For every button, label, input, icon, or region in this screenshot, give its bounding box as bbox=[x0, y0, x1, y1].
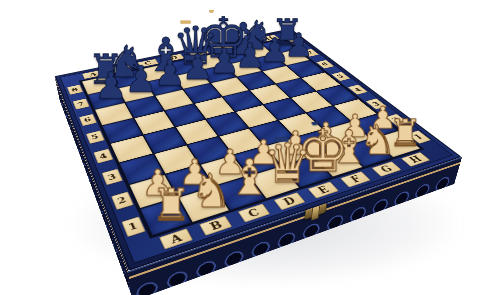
chess-set-photo: ABCDEFGH ABCDEFGH 87654321 87654321 ♜♞♝♛… bbox=[0, 0, 480, 295]
white-bishop-c1[interactable]: ♝ bbox=[228, 153, 266, 202]
file-label-g: G bbox=[371, 161, 401, 176]
file-label-h: H bbox=[401, 152, 430, 167]
white-rook-a1[interactable]: ♜ bbox=[151, 183, 191, 227]
rank-label-1: 1 bbox=[121, 217, 145, 238]
white-knight-b1[interactable]: ♞ bbox=[190, 168, 229, 215]
blue-pawn-d7[interactable]: ♟ bbox=[182, 50, 210, 85]
square-f5[interactable] bbox=[250, 84, 289, 104]
rank-label-4: 4 bbox=[93, 149, 113, 164]
rank-label-8: 8 bbox=[67, 85, 83, 95]
rank-label-6: 6 bbox=[79, 114, 97, 126]
blue-pawn-b7[interactable]: ♟ bbox=[125, 61, 154, 98]
blue-pawn-a7[interactable]: ♟ bbox=[94, 67, 124, 104]
rank-label-7: 7 bbox=[72, 99, 89, 110]
blue-pawn-c7[interactable]: ♟ bbox=[154, 55, 182, 91]
rank-label-3: 3 bbox=[101, 169, 122, 185]
rank-label-5: 5 bbox=[85, 130, 104, 143]
rank-label-2: 2 bbox=[111, 191, 134, 209]
